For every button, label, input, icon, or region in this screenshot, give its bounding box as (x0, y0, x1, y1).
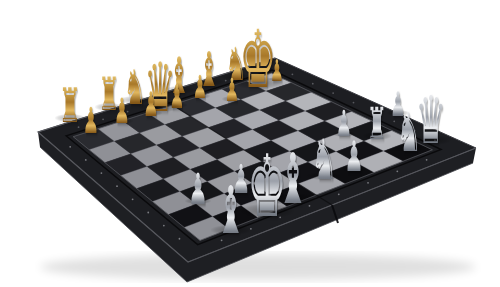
rim-dot (426, 159, 428, 161)
rim-dot (132, 198, 134, 200)
rim-dot (373, 111, 375, 113)
rim-dot (100, 172, 102, 174)
rim-dot (393, 120, 395, 122)
rim-dot (332, 92, 334, 94)
rim-dot (85, 159, 87, 161)
chess-set-photo: ♞♟♝♚♝♟♟♞♟♛♜♟♟♜♟♟♟♜♛♞♟♞♟♝♟♚♝ (0, 0, 500, 287)
rim-dot (176, 95, 178, 97)
rim-dot (78, 126, 80, 128)
rim-dot (250, 228, 252, 230)
rim-dot (309, 205, 311, 207)
rim-dot (338, 193, 340, 195)
rim-dot (179, 238, 181, 240)
rim-dot (102, 118, 104, 120)
rim-dot (396, 170, 398, 172)
rim-dot (225, 80, 227, 82)
rim-dot (151, 103, 153, 105)
chess-board (0, 0, 500, 287)
rim-dot (414, 130, 416, 132)
rim-dot (292, 73, 294, 75)
rim-dot (200, 87, 202, 89)
rim-dot (69, 146, 71, 148)
floor-shadow (40, 254, 476, 280)
rim-dot (127, 111, 129, 113)
rim-dot (221, 239, 223, 241)
rim-dot (279, 216, 281, 218)
rim-dot (312, 83, 314, 85)
rim-dot (367, 182, 369, 184)
rim-dot (249, 72, 251, 74)
rim-dot (163, 225, 165, 227)
rim-dot (116, 185, 118, 187)
rim-dot (147, 212, 149, 214)
rim-dot (353, 102, 355, 104)
rim-dot (434, 139, 436, 141)
